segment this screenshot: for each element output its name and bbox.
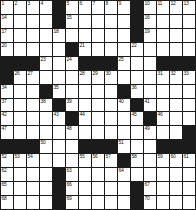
cell-r10c9[interactable] xyxy=(105,126,117,139)
cell-r2c9[interactable] xyxy=(105,15,117,28)
black-cell-r11c13 xyxy=(157,140,169,153)
cell-r12c8[interactable]: 56 xyxy=(92,154,104,167)
clue-number: 43 xyxy=(54,112,59,117)
cell-r5c11[interactable] xyxy=(131,57,143,70)
cell-r7c1[interactable]: 34 xyxy=(1,85,13,98)
cell-r4c9[interactable] xyxy=(105,43,117,56)
clue-number: 35 xyxy=(54,85,59,90)
black-cell-r11c8 xyxy=(92,140,104,153)
clue-number: 49 xyxy=(145,126,150,131)
cell-r10c13[interactable] xyxy=(157,126,169,139)
clue-number: 24 xyxy=(67,57,72,62)
clue-number: 44 xyxy=(80,112,85,117)
clue-number: 27 xyxy=(28,71,33,76)
cell-r13c9[interactable] xyxy=(105,168,117,181)
cell-r13c7[interactable] xyxy=(79,168,91,181)
clue-number: 68 xyxy=(2,196,7,201)
cell-r4c10[interactable] xyxy=(118,43,130,56)
cell-r6c6[interactable] xyxy=(66,71,78,84)
cell-r13c4[interactable] xyxy=(40,168,52,181)
clue-number: 26 xyxy=(15,71,20,76)
cell-r1c10[interactable]: 9 xyxy=(118,1,130,14)
cell-r13c10[interactable]: 64 xyxy=(118,168,130,181)
cell-r3c2[interactable] xyxy=(14,29,26,42)
cell-r15c6[interactable]: 69 xyxy=(66,196,78,209)
cell-r15c15[interactable] xyxy=(183,196,195,209)
clue-number: 29 xyxy=(93,71,98,76)
black-cell-r14c5 xyxy=(53,182,65,195)
cell-r3c12[interactable]: 19 xyxy=(144,29,156,42)
cell-r14c2[interactable] xyxy=(14,182,26,195)
cell-r14c8[interactable] xyxy=(92,182,104,195)
cell-r11c5[interactable] xyxy=(53,140,65,153)
clue-number: 52 xyxy=(2,154,7,159)
cell-r15c7[interactable] xyxy=(79,196,91,209)
clue-number: 57 xyxy=(106,154,111,159)
cell-r13c12[interactable] xyxy=(144,168,156,181)
clue-number: 34 xyxy=(2,85,7,90)
clue-number: 59 xyxy=(158,154,163,159)
cell-r1c8[interactable]: 7 xyxy=(92,1,104,14)
black-cell-r15c5 xyxy=(53,196,65,209)
cell-r10c10[interactable] xyxy=(118,126,130,139)
cell-r8c6[interactable]: 39 xyxy=(66,99,78,112)
cell-r8c3[interactable] xyxy=(27,99,39,112)
cell-r6c2[interactable]: 26 xyxy=(14,71,26,84)
cell-r9c10[interactable] xyxy=(118,112,130,125)
cell-r3c8[interactable] xyxy=(92,29,104,42)
clue-number: 36 xyxy=(132,85,137,90)
cell-r2c15[interactable] xyxy=(183,15,195,28)
cell-r11c11[interactable] xyxy=(131,140,143,153)
cell-r4c1[interactable]: 20 xyxy=(1,43,13,56)
clue-number: 64 xyxy=(119,168,124,173)
cell-r13c2[interactable] xyxy=(14,168,26,181)
cell-r13c15[interactable] xyxy=(183,168,195,181)
clue-number: 46 xyxy=(158,112,163,117)
cell-r15c10[interactable] xyxy=(118,196,130,209)
clue-number: 60 xyxy=(171,154,176,159)
cell-r1c3[interactable]: 3 xyxy=(27,1,39,14)
cell-r8c4[interactable]: 38 xyxy=(40,99,52,112)
clue-number: 11 xyxy=(158,1,163,6)
cell-r7c6[interactable] xyxy=(66,85,78,98)
black-cell-r2c11 xyxy=(131,15,143,28)
cell-r2c4[interactable] xyxy=(40,15,52,28)
cell-r4c4[interactable] xyxy=(40,43,52,56)
black-cell-r8c5 xyxy=(53,99,65,112)
cell-r2c12[interactable]: 16 xyxy=(144,15,156,28)
cell-r6c8[interactable]: 29 xyxy=(92,71,104,84)
black-cell-r5c13 xyxy=(157,57,169,70)
cell-r12c6[interactable] xyxy=(66,154,78,167)
cell-r7c2[interactable] xyxy=(14,85,26,98)
cell-r6c7[interactable]: 28 xyxy=(79,71,91,84)
cell-r1c12[interactable]: 10 xyxy=(144,1,156,14)
clue-number: 31 xyxy=(158,71,163,76)
cell-r9c14[interactable] xyxy=(170,112,182,125)
clue-number: 5 xyxy=(67,1,69,6)
black-cell-r7c4 xyxy=(40,85,52,98)
clue-number: 50 xyxy=(41,140,46,145)
cell-r6c4[interactable] xyxy=(40,71,52,84)
black-cell-r11c14 xyxy=(170,140,182,153)
cell-r14c15[interactable] xyxy=(183,182,195,195)
clue-number: 22 xyxy=(132,43,137,48)
black-cell-r5c7 xyxy=(79,57,91,70)
cell-r8c9[interactable] xyxy=(105,99,117,112)
black-cell-r1c5 xyxy=(53,1,65,14)
black-cell-r5c9 xyxy=(105,57,117,70)
cell-r3c3[interactable] xyxy=(27,29,39,42)
cell-r13c14[interactable] xyxy=(170,168,182,181)
clue-number: 53 xyxy=(15,154,20,159)
cell-r6c13[interactable]: 31 xyxy=(157,71,169,84)
clue-number: 66 xyxy=(67,182,72,187)
cell-r13c8[interactable] xyxy=(92,168,104,181)
cell-r2c8[interactable] xyxy=(92,15,104,28)
black-cell-r11c7 xyxy=(79,140,91,153)
cell-r11c12[interactable] xyxy=(144,140,156,153)
black-cell-r5c3 xyxy=(27,57,39,70)
cell-r1c14[interactable]: 12 xyxy=(170,1,182,14)
cell-r3c9[interactable] xyxy=(105,29,117,42)
black-cell-r5c2 xyxy=(14,57,26,70)
clue-number: 8 xyxy=(106,1,108,6)
crossword-grid: 1234567891011121314151617181920212223242… xyxy=(0,0,196,210)
cell-r6c5[interactable] xyxy=(53,71,65,84)
cell-r14c4[interactable] xyxy=(40,182,52,195)
cell-r3c4[interactable] xyxy=(40,29,52,42)
clue-number: 42 xyxy=(2,112,7,117)
clue-number: 67 xyxy=(145,182,150,187)
clue-number: 19 xyxy=(145,29,150,34)
cell-r4c3[interactable] xyxy=(27,43,39,56)
crossword-puzzle: 1234567891011121314151617181920212223242… xyxy=(0,0,196,210)
cell-r15c12[interactable]: 70 xyxy=(144,196,156,209)
clue-number: 21 xyxy=(80,43,85,48)
cell-r7c12[interactable] xyxy=(144,85,156,98)
cell-r10c8[interactable] xyxy=(92,126,104,139)
cell-r2c3[interactable] xyxy=(27,15,39,28)
clue-number: 55 xyxy=(80,154,85,159)
cell-r2c13[interactable] xyxy=(157,15,169,28)
cell-r4c7[interactable]: 21 xyxy=(79,43,91,56)
black-cell-r11c15 xyxy=(183,140,195,153)
clue-number: 38 xyxy=(41,99,46,104)
cell-r3c15[interactable] xyxy=(183,29,195,42)
clue-number: 2 xyxy=(15,1,17,6)
cell-r7c14[interactable] xyxy=(170,85,182,98)
cell-r10c1[interactable]: 47 xyxy=(1,126,13,139)
cell-r8c1[interactable]: 37 xyxy=(1,99,13,112)
cell-r9c3[interactable] xyxy=(27,112,39,125)
cell-r7c5[interactable]: 35 xyxy=(53,85,65,98)
black-cell-r11c1 xyxy=(1,140,13,153)
cell-r12c3[interactable]: 54 xyxy=(27,154,39,167)
cell-r14c13[interactable] xyxy=(157,182,169,195)
black-cell-r14c11 xyxy=(131,182,143,195)
clue-number: 39 xyxy=(67,99,72,104)
black-cell-r5c14 xyxy=(170,57,182,70)
cell-r7c8[interactable] xyxy=(92,85,104,98)
cell-r8c12[interactable]: 41 xyxy=(144,99,156,112)
cell-r12c13[interactable]: 59 xyxy=(157,154,169,167)
black-cell-r15c11 xyxy=(131,196,143,209)
clue-number: 70 xyxy=(145,196,150,201)
cell-r9c1[interactable]: 42 xyxy=(1,112,13,125)
black-cell-r9c12 xyxy=(144,112,156,125)
cell-r8c8[interactable] xyxy=(92,99,104,112)
cell-r9c5[interactable]: 43 xyxy=(53,112,65,125)
cell-r8c14[interactable] xyxy=(170,99,182,112)
cell-r2c1[interactable]: 14 xyxy=(1,15,13,28)
cell-r12c7[interactable]: 55 xyxy=(79,154,91,167)
clue-number: 13 xyxy=(184,1,189,6)
cell-r9c7[interactable]: 44 xyxy=(79,112,91,125)
cell-r10c12[interactable]: 49 xyxy=(144,126,156,139)
cell-r11c10[interactable]: 51 xyxy=(118,140,130,153)
cell-r7c15[interactable] xyxy=(183,85,195,98)
clue-number: 33 xyxy=(184,71,189,76)
cell-r10c11[interactable] xyxy=(131,126,143,139)
cell-r5c12[interactable] xyxy=(144,57,156,70)
clue-number: 7 xyxy=(93,1,95,6)
cell-r13c6[interactable]: 63 xyxy=(66,168,78,181)
cell-r12c11[interactable]: 58 xyxy=(131,154,143,167)
cell-r9c8[interactable] xyxy=(92,112,104,125)
cell-r5c5[interactable] xyxy=(53,57,65,70)
clue-number: 56 xyxy=(93,154,98,159)
cell-r14c12[interactable]: 67 xyxy=(144,182,156,195)
cell-r9c9[interactable] xyxy=(105,112,117,125)
cell-r10c3[interactable] xyxy=(27,126,39,139)
cell-r11c4[interactable]: 50 xyxy=(40,140,52,153)
cell-r8c13[interactable] xyxy=(157,99,169,112)
clue-number: 45 xyxy=(132,112,137,117)
clue-number: 9 xyxy=(119,1,121,6)
cell-r10c6[interactable]: 48 xyxy=(66,126,78,139)
clue-number: 10 xyxy=(145,1,150,6)
cell-r3c10[interactable] xyxy=(118,29,130,42)
cell-r11c6[interactable] xyxy=(66,140,78,153)
cell-r6c10[interactable] xyxy=(118,71,130,84)
cell-r8c2[interactable] xyxy=(14,99,26,112)
black-cell-r12c10 xyxy=(118,154,130,167)
clue-number: 58 xyxy=(132,154,137,159)
cell-r4c8[interactable] xyxy=(92,43,104,56)
cell-r3c7[interactable] xyxy=(79,29,91,42)
clue-number: 54 xyxy=(28,154,33,159)
black-cell-r8c11 xyxy=(131,99,143,112)
cell-r14c6[interactable]: 66 xyxy=(66,182,78,195)
black-cell-r3c11 xyxy=(131,29,143,42)
cell-r12c2[interactable]: 53 xyxy=(14,154,26,167)
black-cell-r11c3 xyxy=(27,140,39,153)
cell-r3c13[interactable] xyxy=(157,29,169,42)
cell-r9c2[interactable] xyxy=(14,112,26,125)
cell-r15c3[interactable] xyxy=(27,196,39,209)
clue-number: 48 xyxy=(67,126,72,131)
clue-number: 41 xyxy=(145,99,150,104)
cell-r5c4[interactable]: 23 xyxy=(40,57,52,70)
cell-r12c5[interactable] xyxy=(53,154,65,167)
clue-number: 14 xyxy=(2,15,7,20)
cell-r1c9[interactable]: 8 xyxy=(105,1,117,14)
cell-r4c15[interactable] xyxy=(183,43,195,56)
cell-r4c5[interactable] xyxy=(53,43,65,56)
cell-r4c14[interactable] xyxy=(170,43,182,56)
clue-number: 37 xyxy=(2,99,7,104)
clue-number: 16 xyxy=(145,15,150,20)
cell-r3c6[interactable] xyxy=(66,29,78,42)
cell-r15c1[interactable]: 68 xyxy=(1,196,13,209)
cell-r1c6[interactable]: 5 xyxy=(66,1,78,14)
black-cell-r1c11 xyxy=(131,1,143,14)
cell-r2c2[interactable] xyxy=(14,15,26,28)
cell-r9c15[interactable] xyxy=(183,112,195,125)
cell-r12c14[interactable]: 60 xyxy=(170,154,182,167)
cell-r14c3[interactable] xyxy=(27,182,39,195)
clue-number: 18 xyxy=(54,29,59,34)
black-cell-r5c15 xyxy=(183,57,195,70)
cell-r4c11[interactable]: 22 xyxy=(131,43,143,56)
cell-r9c4[interactable] xyxy=(40,112,52,125)
cell-r5c6[interactable]: 24 xyxy=(66,57,78,70)
clue-number: 65 xyxy=(2,182,7,187)
cell-r14c7[interactable] xyxy=(79,182,91,195)
cell-r6c12[interactable] xyxy=(144,71,156,84)
black-cell-r6c1 xyxy=(1,71,13,84)
clue-number: 30 xyxy=(106,71,111,76)
cell-r10c14[interactable] xyxy=(170,126,182,139)
cell-r15c13[interactable] xyxy=(157,196,169,209)
black-cell-r11c9 xyxy=(105,140,117,153)
cell-r6c15[interactable]: 33 xyxy=(183,71,195,84)
black-cell-r13c5 xyxy=(53,168,65,181)
cell-r10c4[interactable] xyxy=(40,126,52,139)
cell-r12c4[interactable] xyxy=(40,154,52,167)
cell-r7c13[interactable] xyxy=(157,85,169,98)
cell-r1c7[interactable]: 6 xyxy=(79,1,91,14)
cell-r8c15[interactable] xyxy=(183,99,195,112)
cell-r2c14[interactable] xyxy=(170,15,182,28)
cell-r15c9[interactable] xyxy=(105,196,117,209)
cell-r12c1[interactable]: 52 xyxy=(1,154,13,167)
cell-r8c7[interactable] xyxy=(79,99,91,112)
clue-number: 28 xyxy=(80,71,85,76)
clue-number: 12 xyxy=(171,1,176,6)
clue-number: 47 xyxy=(2,126,7,131)
cell-r1c2[interactable]: 2 xyxy=(14,1,26,14)
cell-r14c9[interactable] xyxy=(105,182,117,195)
cell-r7c9[interactable] xyxy=(105,85,117,98)
clue-number: 32 xyxy=(171,71,176,76)
cell-r1c15[interactable]: 13 xyxy=(183,1,195,14)
cell-r2c6[interactable]: 15 xyxy=(66,15,78,28)
cell-r10c2[interactable] xyxy=(14,126,26,139)
clue-number: 6 xyxy=(80,1,82,6)
cell-r7c7[interactable] xyxy=(79,85,91,98)
black-cell-r4c6 xyxy=(66,43,78,56)
cell-r3c5[interactable]: 18 xyxy=(53,29,65,42)
clue-number: 4 xyxy=(41,1,43,6)
clue-number: 62 xyxy=(2,168,7,173)
clue-number: 15 xyxy=(67,15,72,20)
cell-r8c10[interactable]: 40 xyxy=(118,99,130,112)
cell-r13c11[interactable] xyxy=(131,168,143,181)
cell-r1c1[interactable]: 1 xyxy=(1,1,13,14)
cell-r4c12[interactable] xyxy=(144,43,156,56)
cell-r3c14[interactable] xyxy=(170,29,182,42)
clue-number: 25 xyxy=(119,57,124,62)
cell-r13c1[interactable]: 62 xyxy=(1,168,13,181)
clue-number: 23 xyxy=(41,57,46,62)
cell-r12c12[interactable] xyxy=(144,154,156,167)
cell-r15c8[interactable] xyxy=(92,196,104,209)
cell-r10c5[interactable] xyxy=(53,126,65,139)
black-cell-r5c1 xyxy=(1,57,13,70)
black-cell-r11c2 xyxy=(14,140,26,153)
cell-r7c11[interactable]: 36 xyxy=(131,85,143,98)
clue-number: 69 xyxy=(67,196,72,201)
clue-number: 61 xyxy=(184,154,189,159)
clue-number: 63 xyxy=(67,168,72,173)
black-cell-r9c6 xyxy=(66,112,78,125)
cell-r12c9[interactable]: 57 xyxy=(105,154,117,167)
cell-r7c3[interactable] xyxy=(27,85,39,98)
cell-r2c7[interactable] xyxy=(79,15,91,28)
black-cell-r7c10 xyxy=(118,85,130,98)
clue-number: 51 xyxy=(119,140,124,145)
cell-r6c11[interactable] xyxy=(131,71,143,84)
cell-r13c13[interactable] xyxy=(157,168,169,181)
cell-r9c13[interactable]: 46 xyxy=(157,112,169,125)
clue-number: 1 xyxy=(2,1,4,6)
clue-number: 17 xyxy=(2,29,7,34)
cell-r9c11[interactable]: 45 xyxy=(131,112,143,125)
cell-r6c9[interactable]: 30 xyxy=(105,71,117,84)
cell-r14c10[interactable] xyxy=(118,182,130,195)
cell-r15c14[interactable] xyxy=(170,196,182,209)
cell-r13c3[interactable] xyxy=(27,168,39,181)
cell-r4c13[interactable] xyxy=(157,43,169,56)
cell-r4c2[interactable] xyxy=(14,43,26,56)
cell-r15c2[interactable] xyxy=(14,196,26,209)
cell-r6c3[interactable]: 27 xyxy=(27,71,39,84)
cell-r15c4[interactable] xyxy=(40,196,52,209)
cell-r3c1[interactable]: 17 xyxy=(1,29,13,42)
black-cell-r2c5 xyxy=(53,15,65,28)
black-cell-r5c8 xyxy=(92,57,104,70)
cell-r1c13[interactable]: 11 xyxy=(157,1,169,14)
cell-r14c14[interactable] xyxy=(170,182,182,195)
clue-number: 3 xyxy=(28,1,30,6)
black-cell-r10c15 xyxy=(183,126,195,139)
cell-r2c10[interactable] xyxy=(118,15,130,28)
cell-r14c1[interactable]: 65 xyxy=(1,182,13,195)
clue-number: 20 xyxy=(2,43,7,48)
cell-r6c14[interactable]: 32 xyxy=(170,71,182,84)
cell-r10c7[interactable] xyxy=(79,126,91,139)
clue-number: 40 xyxy=(119,99,124,104)
cell-r5c10[interactable]: 25 xyxy=(118,57,130,70)
cell-r12c15[interactable]: 61 xyxy=(183,154,195,167)
cell-r1c4[interactable]: 4 xyxy=(40,1,52,14)
